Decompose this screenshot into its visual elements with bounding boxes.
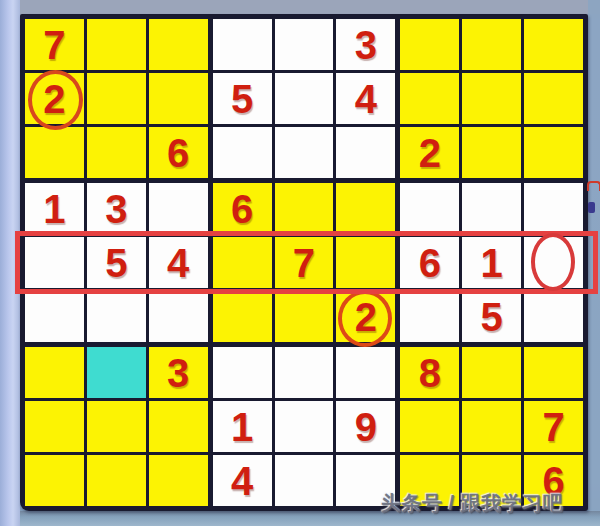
cell-r7c5[interactable] xyxy=(275,347,334,398)
cell-r3c9[interactable] xyxy=(524,127,583,178)
cell-r3c4[interactable] xyxy=(213,127,272,178)
box-2-2: 672 xyxy=(213,183,396,342)
cell-r3c3[interactable]: 6 xyxy=(149,127,208,178)
cell-r4c9[interactable] xyxy=(524,183,583,234)
cell-r5c5[interactable]: 7 xyxy=(275,237,334,288)
box-3-1: 3 xyxy=(25,347,208,506)
cell-r6c2[interactable] xyxy=(87,291,146,342)
left-margin xyxy=(0,0,20,526)
cell-r3c2[interactable] xyxy=(87,127,146,178)
cell-r8c6[interactable]: 9 xyxy=(336,401,395,452)
box-1-2: 354 xyxy=(213,19,396,178)
cell-r6c6[interactable]: 2 xyxy=(336,291,395,342)
page: 726354213546726153194876 头条号 / 跟我学习吧 xyxy=(0,0,600,526)
cell-r6c8[interactable]: 5 xyxy=(462,291,521,342)
cell-r8c4[interactable]: 1 xyxy=(213,401,272,452)
cell-r2c6[interactable]: 4 xyxy=(336,73,395,124)
cell-r9c3[interactable] xyxy=(149,455,208,506)
cell-r5c9[interactable] xyxy=(524,237,583,288)
watermark: 头条号 / 跟我学习吧 xyxy=(381,490,563,517)
top-margin xyxy=(0,0,600,14)
cell-r4c2[interactable]: 3 xyxy=(87,183,146,234)
right-margin xyxy=(588,0,600,526)
cell-r2c9[interactable] xyxy=(524,73,583,124)
cell-r8c7[interactable] xyxy=(400,401,459,452)
box-1-1: 726 xyxy=(25,19,208,178)
cell-r7c6[interactable] xyxy=(336,347,395,398)
cell-r4c5[interactable] xyxy=(275,183,334,234)
cell-r7c1[interactable] xyxy=(25,347,84,398)
cell-r1c9[interactable] xyxy=(524,19,583,70)
cell-r2c3[interactable] xyxy=(149,73,208,124)
cell-r4c3[interactable] xyxy=(149,183,208,234)
cell-r7c9[interactable] xyxy=(524,347,583,398)
cell-r8c2[interactable] xyxy=(87,401,146,452)
cell-r2c4[interactable]: 5 xyxy=(213,73,272,124)
cell-r7c4[interactable] xyxy=(213,347,272,398)
cell-r8c1[interactable] xyxy=(25,401,84,452)
cell-r8c9[interactable]: 7 xyxy=(524,401,583,452)
cell-r9c2[interactable] xyxy=(87,455,146,506)
cell-r6c3[interactable] xyxy=(149,291,208,342)
cell-r2c5[interactable] xyxy=(275,73,334,124)
cell-r9c4[interactable]: 4 xyxy=(213,455,272,506)
cell-r2c1[interactable]: 2 xyxy=(25,73,84,124)
cell-r1c2[interactable] xyxy=(87,19,146,70)
cell-r4c7[interactable] xyxy=(400,183,459,234)
cell-r3c6[interactable] xyxy=(336,127,395,178)
cell-r7c2[interactable] xyxy=(87,347,146,398)
cell-r2c7[interactable] xyxy=(400,73,459,124)
cell-r9c5[interactable] xyxy=(275,455,334,506)
cell-r6c5[interactable] xyxy=(275,291,334,342)
cell-r5c3[interactable]: 4 xyxy=(149,237,208,288)
box-1-3: 2 xyxy=(400,19,583,178)
cell-r7c8[interactable] xyxy=(462,347,521,398)
cell-r8c3[interactable] xyxy=(149,401,208,452)
cell-r4c6[interactable] xyxy=(336,183,395,234)
cell-r3c8[interactable] xyxy=(462,127,521,178)
sudoku-board: 726354213546726153194876 xyxy=(20,14,588,511)
cell-r3c7[interactable]: 2 xyxy=(400,127,459,178)
cell-r2c8[interactable] xyxy=(462,73,521,124)
cell-r5c8[interactable]: 1 xyxy=(462,237,521,288)
cell-r6c9[interactable] xyxy=(524,291,583,342)
cell-r6c1[interactable] xyxy=(25,291,84,342)
cell-r1c6[interactable]: 3 xyxy=(336,19,395,70)
box-2-1: 1354 xyxy=(25,183,208,342)
cell-r1c5[interactable] xyxy=(275,19,334,70)
cell-r5c2[interactable]: 5 xyxy=(87,237,146,288)
cell-r4c8[interactable] xyxy=(462,183,521,234)
cell-r1c7[interactable] xyxy=(400,19,459,70)
cell-r5c1[interactable] xyxy=(25,237,84,288)
cell-r7c3[interactable]: 3 xyxy=(149,347,208,398)
cell-r5c7[interactable]: 6 xyxy=(400,237,459,288)
cell-r4c4[interactable]: 6 xyxy=(213,183,272,234)
cell-r2c2[interactable] xyxy=(87,73,146,124)
cell-r8c8[interactable] xyxy=(462,401,521,452)
box-2-3: 615 xyxy=(400,183,583,342)
cell-r3c5[interactable] xyxy=(275,127,334,178)
cell-r6c7[interactable] xyxy=(400,291,459,342)
box-3-3: 876 xyxy=(400,347,583,506)
box-3-2: 194 xyxy=(213,347,396,506)
cell-r3c1[interactable] xyxy=(25,127,84,178)
cell-r8c5[interactable] xyxy=(275,401,334,452)
cell-r1c4[interactable] xyxy=(213,19,272,70)
cell-r5c6[interactable] xyxy=(336,237,395,288)
cell-r5c4[interactable] xyxy=(213,237,272,288)
cell-r9c1[interactable] xyxy=(25,455,84,506)
cell-r1c8[interactable] xyxy=(462,19,521,70)
cell-r1c3[interactable] xyxy=(149,19,208,70)
cell-r1c1[interactable]: 7 xyxy=(25,19,84,70)
cell-r4c1[interactable]: 1 xyxy=(25,183,84,234)
cell-r7c7[interactable]: 8 xyxy=(400,347,459,398)
cell-r6c4[interactable] xyxy=(213,291,272,342)
